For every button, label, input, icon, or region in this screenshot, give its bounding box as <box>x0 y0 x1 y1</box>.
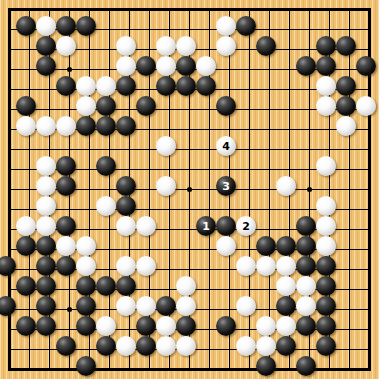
stone-white[interactable] <box>156 36 176 56</box>
stone-white[interactable] <box>316 76 336 96</box>
stone-black[interactable] <box>56 216 76 236</box>
stone-black[interactable] <box>176 56 196 76</box>
stone-black[interactable] <box>196 76 216 96</box>
stone-white[interactable] <box>316 236 336 256</box>
stone-black[interactable] <box>236 16 256 36</box>
stone-black[interactable] <box>216 316 236 336</box>
stone-black[interactable] <box>136 56 156 76</box>
stone-white[interactable] <box>176 276 196 296</box>
stone-black[interactable] <box>116 76 136 96</box>
stone-black[interactable] <box>36 276 56 296</box>
stone-black[interactable] <box>56 336 76 356</box>
stone-white[interactable] <box>256 336 276 356</box>
stone-white[interactable] <box>36 196 56 216</box>
stone-black[interactable] <box>76 296 96 316</box>
stone-black[interactable] <box>16 236 36 256</box>
stone-white[interactable] <box>176 336 196 356</box>
stone-black[interactable] <box>116 176 136 196</box>
stone-white[interactable] <box>156 136 176 156</box>
stone-black[interactable] <box>316 36 336 56</box>
stone-white[interactable] <box>96 196 116 216</box>
stone-black[interactable] <box>276 236 296 256</box>
stone-white[interactable] <box>236 296 256 316</box>
stone-white[interactable]: 2 <box>236 216 256 236</box>
stone-white[interactable] <box>216 236 236 256</box>
stone-white[interactable] <box>256 316 276 336</box>
stone-white[interactable] <box>56 236 76 256</box>
stone-white[interactable] <box>116 256 136 276</box>
stone-black[interactable] <box>356 56 376 76</box>
stone-white[interactable] <box>276 256 296 276</box>
stone-white[interactable] <box>316 156 336 176</box>
stone-white[interactable] <box>96 76 116 96</box>
stone-black[interactable] <box>76 116 96 136</box>
stone-white[interactable] <box>336 116 356 136</box>
stone-black[interactable] <box>16 276 36 296</box>
stone-black[interactable] <box>36 256 56 276</box>
stone-white[interactable] <box>156 176 176 196</box>
stone-white[interactable] <box>116 216 136 236</box>
stone-black[interactable] <box>296 216 316 236</box>
stone-black[interactable] <box>316 336 336 356</box>
star-point <box>67 67 72 72</box>
stone-white[interactable] <box>36 156 56 176</box>
stone-black[interactable] <box>316 276 336 296</box>
stone-white[interactable] <box>56 116 76 136</box>
stone-black[interactable] <box>176 316 196 336</box>
stone-white[interactable] <box>216 36 236 56</box>
stone-white[interactable] <box>216 16 236 36</box>
stone-white[interactable] <box>176 296 196 316</box>
stone-black[interactable] <box>276 296 296 316</box>
stone-white[interactable] <box>276 176 296 196</box>
stone-black[interactable] <box>96 156 116 176</box>
stone-white[interactable] <box>136 216 156 236</box>
stone-white[interactable] <box>236 336 256 356</box>
stone-black[interactable] <box>116 276 136 296</box>
stone-white[interactable] <box>136 296 156 316</box>
stone-black[interactable] <box>96 336 116 356</box>
stone-white[interactable] <box>16 116 36 136</box>
stone-black[interactable] <box>76 276 96 296</box>
stone-black[interactable] <box>56 16 76 36</box>
stone-black[interactable] <box>336 96 356 116</box>
stone-black[interactable] <box>56 156 76 176</box>
stone-black[interactable] <box>36 296 56 316</box>
stone-white[interactable] <box>116 56 136 76</box>
stone-black[interactable] <box>296 356 316 376</box>
stone-black[interactable] <box>216 96 236 116</box>
stone-black[interactable] <box>16 96 36 116</box>
stone-black[interactable] <box>36 236 56 256</box>
stone-white[interactable] <box>116 296 136 316</box>
stone-black[interactable] <box>116 116 136 136</box>
stone-black[interactable] <box>296 236 316 256</box>
stone-black[interactable] <box>156 296 176 316</box>
stone-white[interactable] <box>96 316 116 336</box>
star-point <box>307 187 312 192</box>
stone-black[interactable] <box>76 316 96 336</box>
stone-black[interactable] <box>36 316 56 336</box>
stone-white[interactable] <box>76 236 96 256</box>
stone-black[interactable] <box>136 316 156 336</box>
stone-white[interactable] <box>76 96 96 116</box>
stone-white[interactable] <box>156 316 176 336</box>
stone-black[interactable] <box>56 256 76 276</box>
stone-black[interactable] <box>116 196 136 216</box>
stone-white[interactable] <box>236 256 256 276</box>
stone-black[interactable] <box>256 36 276 56</box>
stone-white[interactable] <box>56 36 76 56</box>
stone-black[interactable] <box>276 336 296 356</box>
stone-white[interactable] <box>156 336 176 356</box>
move-number-label: 1 <box>202 221 210 232</box>
stone-white[interactable] <box>16 216 36 236</box>
stone-black[interactable] <box>96 276 116 296</box>
stone-black[interactable] <box>316 56 336 76</box>
stone-black[interactable] <box>16 16 36 36</box>
stone-black[interactable] <box>216 216 236 236</box>
star-point <box>187 187 192 192</box>
stone-black[interactable] <box>96 96 116 116</box>
stone-black[interactable] <box>316 296 336 316</box>
stone-white[interactable] <box>356 96 376 116</box>
stone-black[interactable] <box>296 56 316 76</box>
stone-white[interactable]: 4 <box>216 136 236 156</box>
stone-black[interactable] <box>76 16 96 36</box>
stone-black[interactable] <box>36 36 56 56</box>
stone-white[interactable] <box>36 216 56 236</box>
stone-black[interactable] <box>36 56 56 76</box>
stone-white[interactable] <box>296 276 316 296</box>
move-number-label: 3 <box>222 181 230 192</box>
stone-white[interactable] <box>136 256 156 276</box>
stone-black[interactable] <box>336 76 356 96</box>
stone-white[interactable] <box>36 16 56 36</box>
stone-white[interactable] <box>316 196 336 216</box>
stone-black[interactable] <box>156 76 176 96</box>
stone-white[interactable] <box>156 56 176 76</box>
stone-white[interactable] <box>296 296 316 316</box>
stone-black[interactable] <box>296 316 316 336</box>
stone-white[interactable] <box>76 76 96 96</box>
stone-white[interactable] <box>276 276 296 296</box>
star-point <box>67 307 72 312</box>
go-board[interactable]: 4312 <box>0 0 379 379</box>
stone-white[interactable] <box>176 36 196 56</box>
stone-white[interactable] <box>116 336 136 356</box>
stone-black[interactable] <box>56 76 76 96</box>
stone-white[interactable] <box>316 96 336 116</box>
stone-white[interactable] <box>316 216 336 236</box>
stone-black[interactable] <box>336 36 356 56</box>
stone-white[interactable] <box>276 316 296 336</box>
stone-black[interactable] <box>256 236 276 256</box>
stone-black[interactable] <box>56 176 76 196</box>
stone-white[interactable] <box>116 36 136 56</box>
stone-white[interactable] <box>36 176 56 196</box>
stone-black[interactable] <box>316 316 336 336</box>
move-number-label: 2 <box>242 221 250 232</box>
stone-white[interactable] <box>36 116 56 136</box>
stone-black[interactable] <box>136 96 156 116</box>
stone-white[interactable] <box>76 256 96 276</box>
stone-black[interactable]: 1 <box>196 216 216 236</box>
stone-black[interactable] <box>136 336 156 356</box>
stone-white[interactable] <box>196 56 216 76</box>
stone-black[interactable] <box>296 256 316 276</box>
stone-black[interactable] <box>96 116 116 136</box>
move-number-label: 4 <box>222 141 230 152</box>
stone-black[interactable] <box>316 256 336 276</box>
stone-black[interactable] <box>76 356 96 376</box>
stone-black[interactable] <box>256 356 276 376</box>
stone-white[interactable] <box>256 256 276 276</box>
stone-black[interactable] <box>16 316 36 336</box>
stone-black[interactable] <box>176 76 196 96</box>
stone-black[interactable]: 3 <box>216 176 236 196</box>
